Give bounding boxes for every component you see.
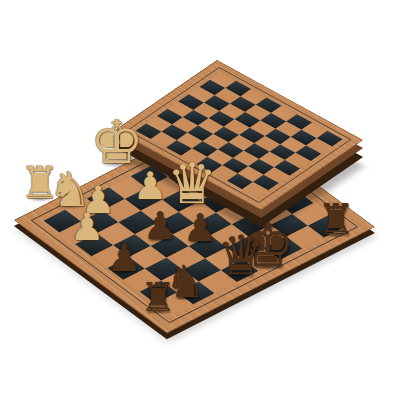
chess-product-scene: ♜♞♚♟♟♟♛♟♟♟♛♚♜♜♞ [0,0,400,400]
